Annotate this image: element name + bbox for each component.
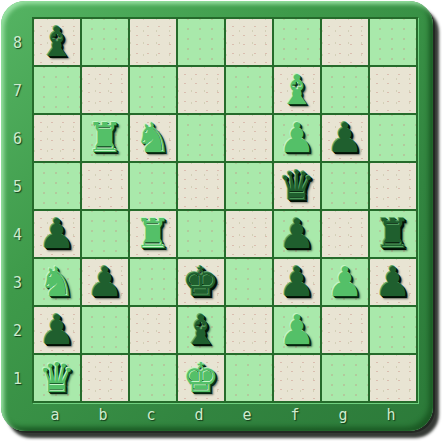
- file-label-h: h: [367, 404, 415, 426]
- square-c3[interactable]: [130, 259, 176, 305]
- square-d1[interactable]: ♚: [178, 355, 224, 401]
- rank-label-4: 4: [6, 211, 29, 259]
- square-g5[interactable]: [322, 163, 368, 209]
- square-h8[interactable]: [370, 19, 416, 65]
- square-g8[interactable]: [322, 19, 368, 65]
- square-a6[interactable]: [34, 115, 80, 161]
- square-g2[interactable]: [322, 307, 368, 353]
- square-f8[interactable]: [274, 19, 320, 65]
- square-h5[interactable]: [370, 163, 416, 209]
- white-queen-a1[interactable]: ♛: [39, 358, 76, 399]
- square-d8[interactable]: [178, 19, 224, 65]
- black-bishop-a8[interactable]: ♝: [39, 22, 76, 63]
- black-pawn-h3[interactable]: ♟: [375, 262, 412, 303]
- square-e7[interactable]: [226, 67, 272, 113]
- board-frame: ♝♝♜♞♟♟♛♟♜♟♜♞♟♚♟♟♟♟♝♟♛♚ 87654321 abcdefgh: [1, 1, 433, 431]
- square-d5[interactable]: [178, 163, 224, 209]
- rank-label-1: 1: [6, 355, 29, 403]
- square-d2[interactable]: ♝: [178, 307, 224, 353]
- square-e6[interactable]: [226, 115, 272, 161]
- white-rook-b6[interactable]: ♜: [87, 118, 124, 159]
- square-b1[interactable]: [82, 355, 128, 401]
- black-pawn-a4[interactable]: ♟: [39, 214, 76, 255]
- square-b6[interactable]: ♜: [82, 115, 128, 161]
- square-f6[interactable]: ♟: [274, 115, 320, 161]
- square-d7[interactable]: [178, 67, 224, 113]
- rank-label-8: 8: [6, 19, 29, 67]
- square-d3[interactable]: ♚: [178, 259, 224, 305]
- black-pawn-f3[interactable]: ♟: [279, 262, 316, 303]
- square-f7[interactable]: ♝: [274, 67, 320, 113]
- square-d6[interactable]: [178, 115, 224, 161]
- square-h1[interactable]: [370, 355, 416, 401]
- square-c8[interactable]: [130, 19, 176, 65]
- white-pawn-g3[interactable]: ♟: [327, 262, 364, 303]
- square-f1[interactable]: [274, 355, 320, 401]
- square-d4[interactable]: [178, 211, 224, 257]
- file-label-c: c: [127, 404, 175, 426]
- chess-board: ♝♝♜♞♟♟♛♟♜♟♜♞♟♚♟♟♟♟♝♟♛♚: [32, 17, 418, 403]
- white-knight-a3[interactable]: ♞: [39, 262, 76, 303]
- black-rook-h4[interactable]: ♜: [375, 214, 412, 255]
- black-pawn-g6[interactable]: ♟: [327, 118, 364, 159]
- square-c1[interactable]: [130, 355, 176, 401]
- square-f4[interactable]: ♟: [274, 211, 320, 257]
- rank-label-5: 5: [6, 163, 29, 211]
- square-f2[interactable]: ♟: [274, 307, 320, 353]
- square-h4[interactable]: ♜: [370, 211, 416, 257]
- white-pawn-f2[interactable]: ♟: [279, 310, 316, 351]
- black-pawn-b3[interactable]: ♟: [87, 262, 124, 303]
- square-h7[interactable]: [370, 67, 416, 113]
- square-f5[interactable]: ♛: [274, 163, 320, 209]
- square-b7[interactable]: [82, 67, 128, 113]
- square-e3[interactable]: [226, 259, 272, 305]
- square-h6[interactable]: [370, 115, 416, 161]
- square-b3[interactable]: ♟: [82, 259, 128, 305]
- file-label-f: f: [271, 404, 319, 426]
- square-g6[interactable]: ♟: [322, 115, 368, 161]
- square-e4[interactable]: [226, 211, 272, 257]
- black-pawn-f4[interactable]: ♟: [279, 214, 316, 255]
- white-rook-c4[interactable]: ♜: [135, 214, 172, 255]
- square-c7[interactable]: [130, 67, 176, 113]
- white-pawn-f6[interactable]: ♟: [279, 118, 316, 159]
- file-label-a: a: [31, 404, 79, 426]
- square-e5[interactable]: [226, 163, 272, 209]
- square-a5[interactable]: [34, 163, 80, 209]
- black-bishop-d2[interactable]: ♝: [183, 310, 220, 351]
- square-c2[interactable]: [130, 307, 176, 353]
- square-c5[interactable]: [130, 163, 176, 209]
- square-g1[interactable]: [322, 355, 368, 401]
- square-b2[interactable]: [82, 307, 128, 353]
- rank-label-6: 6: [6, 115, 29, 163]
- square-a7[interactable]: [34, 67, 80, 113]
- square-b4[interactable]: [82, 211, 128, 257]
- square-e2[interactable]: [226, 307, 272, 353]
- file-label-d: d: [175, 404, 223, 426]
- square-g7[interactable]: [322, 67, 368, 113]
- white-bishop-f7[interactable]: ♝: [279, 70, 316, 111]
- white-knight-c6[interactable]: ♞: [135, 118, 172, 159]
- square-c6[interactable]: ♞: [130, 115, 176, 161]
- square-a4[interactable]: ♟: [34, 211, 80, 257]
- black-king-d3[interactable]: ♚: [183, 262, 220, 303]
- square-b8[interactable]: [82, 19, 128, 65]
- square-h2[interactable]: [370, 307, 416, 353]
- square-e8[interactable]: [226, 19, 272, 65]
- square-f3[interactable]: ♟: [274, 259, 320, 305]
- black-queen-f5[interactable]: ♛: [279, 166, 316, 207]
- file-label-b: b: [79, 404, 127, 426]
- rank-label-7: 7: [6, 67, 29, 115]
- file-label-e: e: [223, 404, 271, 426]
- white-king-d1[interactable]: ♚: [183, 358, 220, 399]
- square-e1[interactable]: [226, 355, 272, 401]
- square-g3[interactable]: ♟: [322, 259, 368, 305]
- square-g4[interactable]: [322, 211, 368, 257]
- rank-label-2: 2: [6, 307, 29, 355]
- square-a2[interactable]: ♟: [34, 307, 80, 353]
- rank-label-3: 3: [6, 259, 29, 307]
- square-a3[interactable]: ♞: [34, 259, 80, 305]
- file-label-g: g: [319, 404, 367, 426]
- square-c4[interactable]: ♜: [130, 211, 176, 257]
- black-pawn-a2[interactable]: ♟: [39, 310, 76, 351]
- square-a1[interactable]: ♛: [34, 355, 80, 401]
- square-b5[interactable]: [82, 163, 128, 209]
- square-h3[interactable]: ♟: [370, 259, 416, 305]
- square-a8[interactable]: ♝: [34, 19, 80, 65]
